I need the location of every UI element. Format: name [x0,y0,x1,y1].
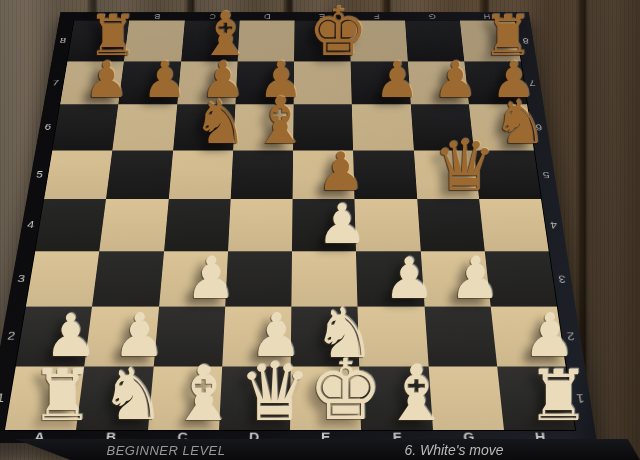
square-c7[interactable] [177,61,238,104]
square-b7[interactable] [119,61,181,104]
board-apron [0,439,640,460]
square-e5[interactable] [293,150,355,199]
square-c4[interactable] [164,199,231,251]
square-h2[interactable] [490,307,565,367]
square-b1[interactable] [76,366,153,430]
square-d5[interactable] [230,150,293,199]
square-h6[interactable] [469,104,534,150]
square-d3[interactable] [225,251,292,307]
square-a4[interactable] [35,199,106,251]
top-file-label-g: G [404,12,460,20]
square-f3[interactable] [356,251,424,307]
square-g3[interactable] [420,251,490,307]
square-h4[interactable] [479,199,549,251]
square-d8[interactable] [237,20,294,61]
square-g6[interactable] [410,104,473,150]
square-c8[interactable] [181,20,240,61]
square-f6[interactable] [352,104,413,150]
top-file-label-c: C [184,12,239,20]
square-a2[interactable] [16,307,92,367]
square-c6[interactable] [173,104,236,150]
square-h3[interactable] [484,251,556,307]
square-b4[interactable] [99,199,168,251]
game-scene: ABCDEFGH 87654321 87654321 ABCDEFGH ♜♝♚♜… [0,0,640,460]
square-c1[interactable] [148,366,222,430]
top-file-label-e: E [295,12,350,20]
top-file-label-h: H [459,12,515,20]
square-e4[interactable] [292,199,356,251]
square-a7[interactable] [60,61,124,104]
top-file-label-f: F [349,12,404,20]
square-c2[interactable] [153,307,225,367]
square-a1[interactable] [5,366,85,430]
square-e2[interactable] [291,307,360,367]
square-e1[interactable] [290,366,361,430]
square-f8[interactable] [350,20,408,61]
square-f4[interactable] [355,199,421,251]
top-file-label-d: D [239,12,294,20]
square-a5[interactable] [44,150,112,199]
square-g4[interactable] [417,199,485,251]
square-h7[interactable] [464,61,527,104]
square-g2[interactable] [424,307,497,367]
square-f1[interactable] [359,366,432,430]
file-labels-top: ABCDEFGH [74,12,514,20]
square-e6[interactable] [293,104,353,150]
top-file-label-a: A [74,12,130,20]
square-a3[interactable] [26,251,100,307]
square-b3[interactable] [92,251,163,307]
board-frame: ABCDEFGH 87654321 87654321 ABCDEFGH [0,12,597,443]
square-d4[interactable] [228,199,293,251]
square-e7[interactable] [294,61,352,104]
square-b8[interactable] [124,20,184,61]
square-d1[interactable] [219,366,291,430]
square-c5[interactable] [168,150,233,199]
board-grid [5,20,575,430]
square-f7[interactable] [351,61,411,104]
square-b5[interactable] [106,150,173,199]
square-a8[interactable] [67,20,129,61]
square-h5[interactable] [474,150,541,199]
square-b6[interactable] [113,104,177,150]
square-b2[interactable] [85,307,159,367]
square-h1[interactable] [497,366,575,430]
square-d6[interactable] [233,104,294,150]
square-f2[interactable] [358,307,428,367]
square-g8[interactable] [405,20,464,61]
top-file-label-b: B [129,12,185,20]
square-a6[interactable] [52,104,118,150]
square-d2[interactable] [222,307,291,367]
square-d7[interactable] [235,61,294,104]
square-f5[interactable] [353,150,417,199]
square-g5[interactable] [413,150,478,199]
chess-board: ABCDEFGH 87654321 87654321 ABCDEFGH [0,12,597,443]
square-h8[interactable] [460,20,521,61]
square-g1[interactable] [428,366,504,430]
square-c3[interactable] [159,251,228,307]
square-g7[interactable] [407,61,468,104]
square-e3[interactable] [291,251,357,307]
square-e8[interactable] [294,20,351,61]
